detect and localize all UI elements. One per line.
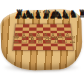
- board-square[interactable]: [36, 47, 43, 50]
- chess-piece[interactable]: ♘: [60, 36, 68, 45]
- board-square[interactable]: [28, 47, 36, 50]
- chess-set-photo: ♜♞♝♛♚♝♞♜ ♟♟♟♟♟♟♟♟ ♙♙♙♙♙♙♙♙ ♖♘♗♕♔♗♘♖: [0, 0, 84, 84]
- chess-piece[interactable]: ♟: [14, 13, 21, 20]
- chess-piece[interactable]: ♞: [69, 9, 78, 19]
- chess-piece[interactable]: ♟: [42, 13, 49, 20]
- board-square[interactable]: [43, 47, 50, 50]
- chess-piece[interactable]: ♖: [69, 36, 77, 45]
- chess-piece[interactable]: ♟: [63, 13, 70, 20]
- chess-piece[interactable]: ♟: [35, 13, 42, 20]
- board-square[interactable]: [65, 47, 73, 50]
- black-pawn-rank-row: ♟♟♟♟♟♟♟♟: [14, 13, 70, 20]
- chess-piece[interactable]: ♟: [28, 13, 35, 20]
- chess-piece[interactable]: ♟: [21, 13, 28, 20]
- chess-piece[interactable]: ♖: [12, 36, 20, 45]
- chess-piece[interactable]: ♜: [78, 9, 84, 19]
- chess-piece[interactable]: ♟: [56, 13, 63, 20]
- chess-piece[interactable]: ♟: [49, 13, 56, 20]
- white-back-rank-row: ♖♘♗♕♔♗♘♖: [12, 36, 72, 45]
- chess-piece[interactable]: ♘: [20, 36, 28, 45]
